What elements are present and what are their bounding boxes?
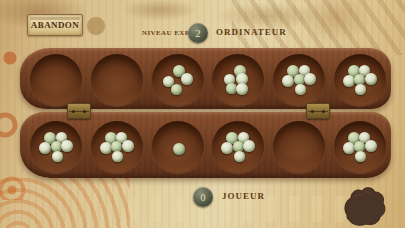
seed <box>294 74 305 85</box>
board-bottom-half <box>20 112 391 178</box>
seed <box>365 73 377 85</box>
awale-game-screen: ABANDON NIVEAU EXPERT 2 ORDINATEUR 0 JOU… <box>0 0 405 228</box>
brass-hinge-right-icon <box>306 103 330 119</box>
seed <box>343 142 355 154</box>
seed <box>236 83 248 95</box>
pit-bottom-1[interactable] <box>30 121 82 173</box>
computer-label: ORDINATEUR <box>216 27 287 37</box>
abandon-button[interactable]: ABANDON <box>27 14 83 36</box>
seed <box>112 151 123 162</box>
seed <box>354 141 365 152</box>
abandon-button-label: ABANDON <box>31 20 79 30</box>
seed <box>221 142 233 154</box>
pit-bottom-6[interactable] <box>334 121 386 173</box>
pit-top-4 <box>212 54 264 106</box>
seed <box>100 142 112 154</box>
seed <box>365 140 377 152</box>
computer-score-badge: 2 <box>188 23 208 43</box>
seed <box>355 84 366 95</box>
seed <box>233 141 244 152</box>
pit-bottom-5[interactable] <box>273 121 325 173</box>
seed <box>173 143 185 155</box>
pit-top-3 <box>152 54 204 106</box>
seed <box>304 73 316 85</box>
brass-hinge-left-icon <box>67 103 91 119</box>
pit-top-5 <box>273 54 325 106</box>
player-label: JOUEUR <box>222 191 265 201</box>
seed <box>39 142 51 154</box>
seed <box>181 73 193 85</box>
board-top-half <box>20 48 391 109</box>
pit-bottom-3[interactable] <box>152 121 204 173</box>
seed <box>122 140 134 152</box>
seed <box>355 151 366 162</box>
player-score-value: 0 <box>201 192 206 203</box>
player-score-badge: 0 <box>193 187 213 207</box>
seed <box>343 75 355 87</box>
pit-bottom-2[interactable] <box>91 121 143 173</box>
seed <box>354 74 365 85</box>
seed <box>282 75 294 87</box>
seed <box>171 84 182 95</box>
pit-top-2 <box>91 54 143 106</box>
seed <box>61 140 73 152</box>
tribal-pattern-bottom-left <box>0 178 130 228</box>
seed <box>234 151 245 162</box>
seed <box>52 151 63 162</box>
seed <box>51 141 62 152</box>
pit-top-1 <box>30 54 82 106</box>
pit-bottom-4[interactable] <box>212 121 264 173</box>
seed <box>111 141 122 152</box>
seed <box>243 140 255 152</box>
pit-top-6 <box>334 54 386 106</box>
computer-score-value: 2 <box>196 28 201 39</box>
seed <box>295 84 306 95</box>
seed <box>226 83 237 94</box>
hand-icon <box>334 183 390 228</box>
